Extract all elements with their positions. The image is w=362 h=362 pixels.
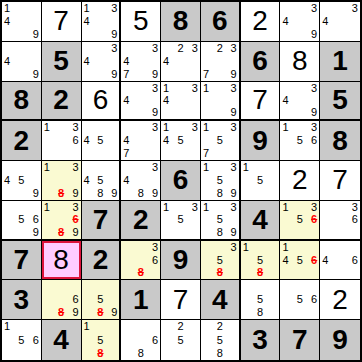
candidate-slot-empty (214, 242, 225, 254)
candidate-slot-empty (294, 122, 306, 134)
cell-r1c6[interactable]: 6 (201, 2, 241, 42)
candidate-slot-empty (135, 321, 147, 334)
candidate-slot-empty (294, 242, 306, 254)
candidate-slot-empty (95, 43, 106, 55)
candidate-slot-empty (147, 94, 159, 106)
candidate-slot-empty (123, 266, 135, 278)
candidate-9: 9 (106, 67, 117, 79)
pencil-marks: 1456 (280, 241, 319, 280)
cell-r9c4[interactable]: 68 (121, 320, 161, 360)
candidate-slot-empty (175, 202, 187, 214)
pencil-marks: 56 (280, 280, 319, 319)
candidate-5: 5 (16, 174, 28, 186)
candidate-5: 5 (294, 294, 306, 306)
candidate-slot-empty (282, 106, 294, 118)
candidate-slot-empty (243, 306, 255, 318)
pencil-marks: 15 (241, 161, 280, 200)
candidate-4: 4 (123, 174, 135, 186)
cell-r7c6[interactable]: 358 (201, 241, 241, 281)
cell-r9c1[interactable]: 156 (2, 320, 42, 360)
candidate-slot-empty (16, 43, 28, 55)
candidate-5: 5 (175, 135, 187, 147)
sudoku-board: 1497134958623493449534934792342379681826… (0, 0, 362, 362)
candidate-slot-empty (135, 135, 147, 147)
cell-r3c4[interactable]: 349 (121, 82, 161, 122)
cell-r6c3[interactable]: 7 (82, 201, 122, 241)
cell-r9c6[interactable]: 258 (201, 320, 241, 360)
cell-r8c6[interactable]: 4 (201, 280, 241, 320)
cell-r3c6[interactable]: 139 (201, 82, 241, 122)
candidate-slot-empty (123, 321, 135, 334)
candidate-slot-empty (175, 83, 187, 95)
candidate-slot-empty (294, 94, 306, 106)
candidate-6-eliminated: 6 (67, 214, 79, 226)
candidate-1: 1 (163, 202, 175, 214)
cell-r2c8[interactable]: 8 (280, 42, 320, 82)
candidate-slot-empty (266, 242, 278, 254)
entered-digit: 7 (173, 286, 189, 314)
candidate-8: 8 (135, 346, 147, 359)
given-digit: 4 (252, 206, 268, 234)
candidate-slot-empty (95, 281, 106, 293)
candidate-slot-empty (203, 94, 214, 106)
candidate-slot-empty (306, 242, 318, 254)
pencil-marks: 358 (201, 241, 239, 280)
entered-digit: 2 (252, 7, 268, 35)
candidate-8-eliminated: 8 (254, 266, 266, 278)
cell-r2c3[interactable]: 349 (82, 42, 122, 82)
candidate-slot-empty (4, 187, 16, 199)
entered-digit: 7 (252, 86, 268, 114)
candidate-4: 4 (84, 135, 95, 147)
candidate-slot-empty (334, 266, 346, 278)
cell-r6c1[interactable]: 569 (2, 201, 42, 241)
entered-digit: 2 (332, 286, 348, 314)
candidate-slot-empty (225, 147, 236, 159)
candidate-4: 4 (4, 55, 16, 67)
candidate-slot-empty (55, 135, 67, 147)
cell-r6c9[interactable]: 36 (320, 201, 360, 241)
cell-r1c4[interactable]: 5 (121, 2, 161, 42)
candidate-7: 7 (203, 67, 214, 79)
candidate-slot-empty (95, 162, 106, 174)
entered-digit: 8 (53, 246, 69, 274)
candidate-slot-empty (322, 266, 334, 278)
candidate-slot-empty (203, 254, 214, 266)
candidate-slot-empty (147, 174, 159, 186)
candidate-3: 3 (225, 122, 236, 134)
cell-r1c1[interactable]: 149 (2, 2, 42, 42)
candidate-slot-empty (294, 3, 306, 15)
candidate-5: 5 (294, 214, 306, 226)
candidate-slot-empty (123, 122, 135, 134)
candidate-8-eliminated: 8 (55, 306, 67, 318)
cell-r2c6[interactable]: 2379 (201, 42, 241, 82)
candidate-slot-empty (95, 321, 106, 334)
given-digit: 6 (212, 7, 228, 35)
candidate-slot-empty (186, 135, 198, 147)
given-digit: 9 (173, 246, 189, 274)
candidate-6: 6 (346, 254, 358, 266)
cell-r8c8[interactable]: 56 (280, 280, 320, 320)
candidate-slot-empty (55, 174, 67, 186)
cell-r9c5[interactable]: 25 (161, 320, 201, 360)
candidate-slot-empty (266, 306, 278, 318)
candidate-3: 3 (147, 122, 159, 134)
candidate-slot-empty (175, 226, 187, 238)
pencil-marks: 234 (161, 42, 200, 81)
cell-r3c2[interactable]: 2 (42, 82, 82, 122)
candidate-8: 8 (214, 226, 225, 238)
candidate-slot-empty (123, 187, 135, 199)
candidate-slot-empty (334, 15, 346, 27)
candidate-slot-empty (346, 28, 358, 40)
cell-r2c4[interactable]: 3479 (121, 42, 161, 82)
candidate-6: 6 (306, 135, 318, 147)
cell-r2c1[interactable]: 49 (2, 42, 42, 82)
cell-r9c7[interactable]: 3 (241, 320, 281, 360)
candidate-9: 9 (27, 187, 39, 199)
cell-r3c7[interactable]: 7 (241, 82, 281, 122)
candidate-4: 4 (322, 254, 334, 266)
candidate-3: 3 (306, 202, 318, 214)
candidate-3: 3 (147, 83, 159, 95)
cell-r4c4[interactable]: 347 (121, 121, 161, 161)
candidate-slot-empty (225, 214, 236, 226)
cell-r4c8[interactable]: 1356 (280, 121, 320, 161)
candidate-5: 5 (95, 174, 106, 186)
candidate-slot-empty (106, 162, 117, 174)
candidate-slot-empty (294, 106, 306, 118)
candidate-slot-empty (44, 174, 56, 186)
candidate-slot-empty (84, 187, 95, 199)
candidate-slot-empty (294, 306, 306, 318)
candidate-8: 8 (135, 187, 147, 199)
cell-r1c9[interactable]: 34 (320, 2, 360, 42)
cell-r8c2[interactable]: 689 (42, 280, 82, 320)
cell-r5c3[interactable]: 4589 (82, 161, 122, 201)
candidate-slot-empty (147, 321, 159, 334)
given-digit: 8 (332, 127, 348, 155)
candidate-slot-empty (294, 15, 306, 27)
candidate-1: 1 (4, 3, 16, 15)
candidate-slot-empty (225, 321, 236, 334)
candidate-slot-empty (163, 147, 175, 159)
candidate-slot-empty (175, 122, 187, 134)
candidate-slot-empty (44, 281, 56, 293)
candidate-slot-empty (55, 281, 67, 293)
given-digit: 5 (332, 86, 348, 114)
cell-r8c5[interactable]: 7 (161, 280, 201, 320)
candidate-slot-empty (106, 281, 117, 293)
candidate-slot-empty (225, 174, 236, 186)
candidate-slot-empty (203, 135, 214, 147)
cell-r6c6[interactable]: 13589 (201, 201, 241, 241)
candidate-slot-empty (334, 226, 346, 238)
candidate-slot-empty (123, 162, 135, 174)
cell-r4c2[interactable]: 136 (42, 121, 82, 161)
candidate-slot-empty (214, 83, 225, 95)
candidate-slot-empty (225, 334, 236, 347)
cell-r4c3[interactable]: 45 (82, 121, 122, 161)
candidate-2: 2 (175, 43, 187, 55)
given-digit: 3 (252, 326, 268, 354)
cell-r5c8[interactable]: 2 (280, 161, 320, 201)
cell-r1c5[interactable]: 8 (161, 2, 201, 42)
candidate-2: 2 (214, 43, 225, 55)
given-digit: 7 (292, 326, 308, 354)
cell-r1c3[interactable]: 1349 (82, 2, 122, 42)
candidate-slot-empty (282, 214, 294, 226)
candidate-slot-empty (175, 55, 187, 67)
pencil-marks: 49 (2, 42, 41, 81)
cell-r9c9[interactable]: 9 (320, 320, 360, 360)
candidate-slot-empty (147, 135, 159, 147)
candidate-slot-empty (322, 214, 334, 226)
cell-r6c8[interactable]: 1356 (280, 201, 320, 241)
given-digit: 2 (53, 86, 69, 114)
candidate-slot-empty (175, 106, 187, 118)
candidate-3: 3 (186, 122, 198, 134)
candidate-3: 3 (225, 43, 236, 55)
candidate-slot-empty (186, 214, 198, 226)
pencil-marks: 58 (241, 280, 280, 319)
cell-r8c3[interactable]: 589 (82, 280, 122, 320)
cell-r4c1[interactable]: 2 (2, 121, 42, 161)
cell-r9c8[interactable]: 7 (280, 320, 320, 360)
cell-r4c9[interactable]: 8 (320, 121, 360, 161)
candidate-slot-empty (334, 214, 346, 226)
cell-r8c4[interactable]: 1 (121, 280, 161, 320)
candidate-3: 3 (186, 202, 198, 214)
candidate-slot-empty (203, 43, 214, 55)
pencil-marks: 349 (280, 82, 319, 120)
entered-digit: 7 (53, 7, 69, 35)
candidate-slot-empty (4, 202, 16, 214)
candidate-7: 7 (123, 67, 135, 79)
candidate-8-eliminated: 8 (55, 226, 67, 238)
candidate-4: 4 (282, 94, 294, 106)
candidate-slot-empty (203, 174, 214, 186)
candidate-slot-empty (106, 15, 117, 27)
candidate-slot-empty (322, 226, 334, 238)
candidate-slot-empty (186, 346, 198, 359)
candidate-slot-empty (282, 306, 294, 318)
candidate-slot-empty (67, 281, 79, 293)
pencil-marks: 589 (82, 280, 120, 319)
candidate-slot-empty (225, 55, 236, 67)
cell-r4c6[interactable]: 1357 (201, 121, 241, 161)
candidate-9: 9 (225, 67, 236, 79)
pencil-marks: 36 (320, 201, 360, 239)
candidate-3: 3 (225, 83, 236, 95)
pencil-marks: 158 (241, 241, 280, 280)
candidate-slot-empty (67, 174, 79, 186)
candidate-slot-empty (214, 106, 225, 118)
given-digit: 2 (93, 246, 109, 274)
cell-r7c3[interactable]: 2 (82, 241, 122, 281)
candidate-slot-empty (16, 3, 28, 15)
candidate-5: 5 (254, 294, 266, 306)
candidate-4: 4 (123, 135, 135, 147)
candidate-slot-empty (306, 306, 318, 318)
candidate-slot-empty (84, 67, 95, 79)
candidate-slot-empty (135, 174, 147, 186)
candidate-3: 3 (346, 3, 358, 15)
cell-r5c5[interactable]: 6 (161, 161, 201, 201)
candidate-slot-empty (243, 187, 255, 199)
pencil-marks: 25 (161, 320, 200, 360)
candidate-slot-empty (282, 281, 294, 293)
candidate-3: 3 (306, 83, 318, 95)
cell-r2c2[interactable]: 5 (42, 42, 82, 82)
entered-digit: 2 (292, 166, 308, 194)
candidate-slot-empty (84, 28, 95, 40)
cell-r7c1[interactable]: 7 (2, 241, 42, 281)
candidate-slot-empty (214, 202, 225, 214)
given-digit: 5 (53, 47, 69, 75)
candidate-slot-empty (135, 55, 147, 67)
candidate-6-eliminated: 6 (306, 254, 318, 266)
candidate-5: 5 (175, 214, 187, 226)
candidate-4: 4 (282, 254, 294, 266)
cell-r8c9[interactable]: 2 (320, 280, 360, 320)
candidate-9: 9 (27, 28, 39, 40)
candidate-1: 1 (44, 162, 56, 174)
candidate-8: 8 (214, 346, 225, 359)
cell-r9c3[interactable]: 158 (82, 320, 122, 360)
cell-r9c2[interactable]: 4 (42, 320, 82, 360)
candidate-slot-empty (44, 187, 56, 199)
candidate-9: 9 (106, 28, 117, 40)
candidate-6: 6 (147, 254, 159, 266)
candidate-slot-empty (294, 266, 306, 278)
candidate-3: 3 (306, 122, 318, 134)
candidate-slot-empty (84, 346, 95, 359)
candidate-slot-empty (16, 67, 28, 79)
candidate-5: 5 (95, 334, 106, 347)
cell-r6c2[interactable]: 13689 (42, 201, 82, 241)
pencil-marks: 1349 (82, 2, 120, 41)
cell-r2c7[interactable]: 6 (241, 42, 281, 82)
candidate-slot-empty (95, 122, 106, 134)
candidate-slot-empty (16, 321, 28, 334)
candidate-slot-empty (266, 281, 278, 293)
candidate-8: 8 (214, 187, 225, 199)
cell-r3c5[interactable]: 134 (161, 82, 201, 122)
candidate-slot-empty (147, 55, 159, 67)
cell-r7c5[interactable]: 9 (161, 241, 201, 281)
candidate-5: 5 (294, 135, 306, 147)
candidate-slot-empty (266, 187, 278, 199)
cell-r7c4[interactable]: 368 (121, 241, 161, 281)
cell-r3c1[interactable]: 8 (2, 82, 42, 122)
candidate-1: 1 (163, 83, 175, 95)
candidate-slot-empty (147, 346, 159, 359)
candidate-1: 1 (163, 122, 175, 134)
candidate-slot-empty (282, 135, 294, 147)
candidate-1: 1 (243, 242, 255, 254)
cell-r5c1[interactable]: 459 (2, 161, 42, 201)
cell-r7c8[interactable]: 1456 (280, 241, 320, 281)
candidate-slot-empty (55, 202, 67, 214)
candidate-slot-empty (27, 202, 39, 214)
candidate-slot-empty (225, 346, 236, 359)
candidate-slot-empty (4, 28, 16, 40)
candidate-3: 3 (225, 202, 236, 214)
candidate-slot-empty (84, 43, 95, 55)
cell-r8c7[interactable]: 58 (241, 280, 281, 320)
entered-digit: 7 (332, 166, 348, 194)
candidate-4: 4 (163, 135, 175, 147)
candidate-3: 3 (225, 162, 236, 174)
candidate-slot-empty (203, 321, 214, 334)
candidate-9: 9 (106, 306, 117, 318)
candidate-9: 9 (306, 106, 318, 118)
cell-r7c2-selected[interactable]: 8 (42, 241, 82, 281)
candidate-slot-empty (163, 334, 175, 347)
pencil-marks: 46 (320, 241, 360, 280)
candidate-slot-empty (282, 294, 294, 306)
candidate-9: 9 (225, 226, 236, 238)
candidate-1: 1 (84, 321, 95, 334)
candidate-1: 1 (282, 122, 294, 134)
cell-r7c7[interactable]: 158 (241, 241, 281, 281)
cell-r5c9[interactable]: 7 (320, 161, 360, 201)
candidate-slot-empty (123, 254, 135, 266)
candidate-1: 1 (203, 122, 214, 134)
cell-r4c7[interactable]: 9 (241, 121, 281, 161)
pencil-marks: 4589 (82, 161, 120, 200)
cell-r5c6[interactable]: 13589 (201, 161, 241, 201)
cell-r2c9[interactable]: 1 (320, 42, 360, 82)
cell-r4c5[interactable]: 1345 (161, 121, 201, 161)
candidate-slot-empty (135, 43, 147, 55)
candidate-slot-empty (106, 147, 117, 159)
candidate-slot-empty (55, 214, 67, 226)
cell-r3c9[interactable]: 5 (320, 82, 360, 122)
cell-r5c4[interactable]: 3489 (121, 161, 161, 201)
cell-r6c4[interactable]: 2 (121, 201, 161, 241)
candidate-slot-empty (135, 147, 147, 159)
cell-r8c1[interactable]: 3 (2, 280, 42, 320)
candidate-slot-empty (294, 28, 306, 40)
cell-r1c2[interactable]: 7 (42, 2, 82, 42)
cell-r2c5[interactable]: 234 (161, 42, 201, 82)
candidate-slot-empty (294, 202, 306, 214)
cell-r3c3[interactable]: 6 (82, 82, 122, 122)
candidate-2: 2 (214, 321, 225, 334)
candidate-slot-empty (16, 187, 28, 199)
pencil-marks: 459 (2, 161, 41, 200)
candidate-9: 9 (27, 67, 39, 79)
candidate-slot-empty (346, 15, 358, 27)
cell-r5c2[interactable]: 1389 (42, 161, 82, 201)
cell-r1c7[interactable]: 2 (241, 2, 281, 42)
candidate-slot-empty (334, 202, 346, 214)
cell-r5c7[interactable]: 15 (241, 161, 281, 201)
candidate-slot-empty (175, 346, 187, 359)
cell-r3c8[interactable]: 349 (280, 82, 320, 122)
cell-r1c8[interactable]: 349 (280, 2, 320, 42)
cell-r7c9[interactable]: 46 (320, 241, 360, 281)
cell-r6c7[interactable]: 4 (241, 201, 281, 241)
candidate-1: 1 (203, 202, 214, 214)
cell-r6c5[interactable]: 135 (161, 201, 201, 241)
pencil-marks: 258 (201, 320, 239, 360)
candidate-slot-empty (225, 94, 236, 106)
candidate-slot-empty (186, 55, 198, 67)
